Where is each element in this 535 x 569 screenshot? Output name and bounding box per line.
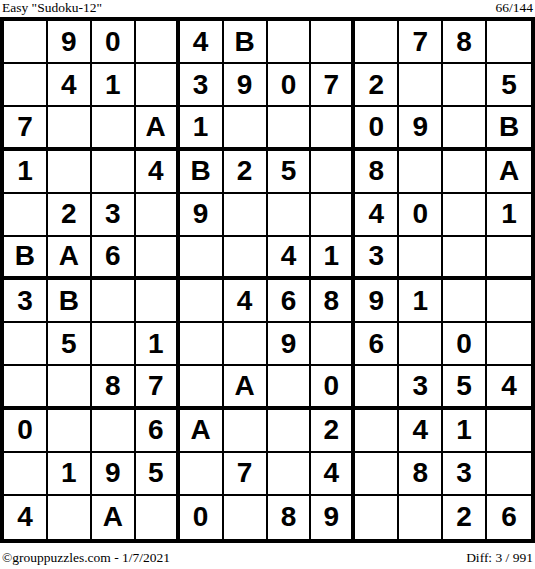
given-cell-r1c6: B [224, 21, 268, 64]
given-cell-r5c9: 4 [355, 194, 399, 237]
given-cell-r12c5: 0 [180, 496, 224, 539]
given-cell-r7c7: 6 [268, 280, 312, 323]
given-cell-r11c11: 3 [443, 453, 487, 496]
given-cell-r9c12: 4 [487, 366, 531, 409]
empty-cell-r12c6[interactable] [224, 496, 268, 539]
empty-cell-r4c11[interactable] [443, 151, 487, 194]
given-cell-r8c7: 9 [268, 323, 312, 366]
empty-cell-r9c2[interactable] [48, 366, 92, 409]
empty-cell-r8c8[interactable] [311, 323, 355, 366]
given-cell-r7c2: B [48, 280, 92, 323]
empty-cell-r11c1[interactable] [4, 453, 48, 496]
given-cell-r5c3: 3 [92, 194, 136, 237]
empty-cell-r6c10[interactable] [399, 237, 443, 280]
given-cell-r2c9: 2 [355, 64, 399, 107]
empty-cell-r10c2[interactable] [48, 410, 92, 453]
empty-cell-r11c12[interactable] [487, 453, 531, 496]
given-cell-r10c4: 6 [136, 410, 180, 453]
given-cell-r11c4: 5 [136, 453, 180, 496]
empty-cell-r1c7[interactable] [268, 21, 312, 64]
given-cell-r11c8: 4 [311, 453, 355, 496]
given-cell-r4c12: A [487, 151, 531, 194]
empty-cell-r7c12[interactable] [487, 280, 531, 323]
empty-cell-r5c7[interactable] [268, 194, 312, 237]
given-cell-r10c11: 1 [443, 410, 487, 453]
empty-cell-r3c3[interactable] [92, 107, 136, 150]
given-cell-r7c10: 1 [399, 280, 443, 323]
given-cell-r9c6: A [224, 366, 268, 409]
given-cell-r8c11: 0 [443, 323, 487, 366]
sudoku-board[interactable]: 904B78413907257A109B14B258A239401BA64133… [0, 17, 535, 543]
given-cell-r11c10: 8 [399, 453, 443, 496]
given-cell-r3c12: B [487, 107, 531, 150]
given-cell-r1c2: 9 [48, 21, 92, 64]
empty-cell-r12c2[interactable] [48, 496, 92, 539]
empty-cell-r5c1[interactable] [4, 194, 48, 237]
given-cell-r7c1: 3 [4, 280, 48, 323]
empty-cell-r6c12[interactable] [487, 237, 531, 280]
empty-cell-r3c6[interactable] [224, 107, 268, 150]
given-cell-r4c9: 8 [355, 151, 399, 194]
empty-cell-r6c5[interactable] [180, 237, 224, 280]
empty-cell-r11c5[interactable] [180, 453, 224, 496]
given-cell-r8c2: 5 [48, 323, 92, 366]
given-cell-r2c5: 3 [180, 64, 224, 107]
given-cell-r4c7: 5 [268, 151, 312, 194]
footer: ©grouppuzzles.com - 1/7/2021 Diff: 3 / 9… [0, 543, 535, 569]
empty-cell-r5c6[interactable] [224, 194, 268, 237]
empty-cell-r7c4[interactable] [136, 280, 180, 323]
given-cell-r3c1: 7 [4, 107, 48, 150]
given-cell-r4c6: 2 [224, 151, 268, 194]
given-cell-r2c2: 4 [48, 64, 92, 107]
empty-cell-r8c3[interactable] [92, 323, 136, 366]
empty-cell-r10c3[interactable] [92, 410, 136, 453]
given-cell-r11c3: 9 [92, 453, 136, 496]
given-cell-r6c3: 6 [92, 237, 136, 280]
empty-cell-r9c7[interactable] [268, 366, 312, 409]
empty-cell-r12c9[interactable] [355, 496, 399, 539]
empty-cell-r2c11[interactable] [443, 64, 487, 107]
empty-cell-r1c12[interactable] [487, 21, 531, 64]
given-cell-r12c1: 4 [4, 496, 48, 539]
empty-cell-r7c11[interactable] [443, 280, 487, 323]
empty-cell-r2c10[interactable] [399, 64, 443, 107]
empty-cell-r5c11[interactable] [443, 194, 487, 237]
given-cell-r3c9: 0 [355, 107, 399, 150]
given-cell-r3c10: 9 [399, 107, 443, 150]
given-cell-r2c8: 7 [311, 64, 355, 107]
empty-cell-r5c4[interactable] [136, 194, 180, 237]
given-cell-r5c10: 0 [399, 194, 443, 237]
given-cell-r12c12: 6 [487, 496, 531, 539]
given-cell-r12c11: 2 [443, 496, 487, 539]
given-cell-r12c7: 8 [268, 496, 312, 539]
given-cell-r10c5: A [180, 410, 224, 453]
empty-cell-r10c12[interactable] [487, 410, 531, 453]
empty-cell-r8c10[interactable] [399, 323, 443, 366]
empty-cell-r3c8[interactable] [311, 107, 355, 150]
empty-cell-r10c6[interactable] [224, 410, 268, 453]
given-cell-r2c12: 5 [487, 64, 531, 107]
empty-cell-r8c6[interactable] [224, 323, 268, 366]
empty-cell-r9c9[interactable] [355, 366, 399, 409]
empty-cell-r8c12[interactable] [487, 323, 531, 366]
empty-cell-r2c4[interactable] [136, 64, 180, 107]
given-cell-r8c4: 1 [136, 323, 180, 366]
header: Easy "Sudoku-12" 66/144 [0, 0, 535, 17]
given-cell-r5c12: 1 [487, 194, 531, 237]
given-cell-r4c4: 4 [136, 151, 180, 194]
given-cell-r3c5: 1 [180, 107, 224, 150]
given-cell-r8c9: 6 [355, 323, 399, 366]
empty-cell-r8c1[interactable] [4, 323, 48, 366]
given-cell-r1c5: 4 [180, 21, 224, 64]
empty-cell-r9c5[interactable] [180, 366, 224, 409]
given-cell-r11c6: 7 [224, 453, 268, 496]
given-cell-r4c1: 1 [4, 151, 48, 194]
given-cell-r1c3: 0 [92, 21, 136, 64]
empty-cell-r2c1[interactable] [4, 64, 48, 107]
empty-cell-r10c7[interactable] [268, 410, 312, 453]
empty-cell-r12c4[interactable] [136, 496, 180, 539]
empty-cell-r11c7[interactable] [268, 453, 312, 496]
empty-cell-r4c3[interactable] [92, 151, 136, 194]
given-cell-r10c8: 2 [311, 410, 355, 453]
given-cell-r3c4: A [136, 107, 180, 150]
empty-cell-r5c8[interactable] [311, 194, 355, 237]
given-cell-r2c3: 1 [92, 64, 136, 107]
empty-cell-r1c8[interactable] [311, 21, 355, 64]
given-cell-r6c7: 4 [268, 237, 312, 280]
given-cell-r9c11: 5 [443, 366, 487, 409]
empty-cell-r3c11[interactable] [443, 107, 487, 150]
empty-cell-r11c9[interactable] [355, 453, 399, 496]
empty-cell-r7c3[interactable] [92, 280, 136, 323]
empty-cell-r8c5[interactable] [180, 323, 224, 366]
empty-cell-r1c4[interactable] [136, 21, 180, 64]
given-cell-r12c3: A [92, 496, 136, 539]
empty-cell-r3c2[interactable] [48, 107, 92, 150]
given-cell-r6c9: 3 [355, 237, 399, 280]
empty-cell-r12c10[interactable] [399, 496, 443, 539]
given-cell-r4c5: B [180, 151, 224, 194]
given-cell-r12c8: 9 [311, 496, 355, 539]
empty-cell-r6c4[interactable] [136, 237, 180, 280]
given-cell-r10c1: 0 [4, 410, 48, 453]
puzzle-page: Easy "Sudoku-12" 66/144 904B78413907257A… [0, 0, 535, 569]
given-cell-r5c2: 2 [48, 194, 92, 237]
empty-cell-r3c7[interactable] [268, 107, 312, 150]
empty-cell-r6c11[interactable] [443, 237, 487, 280]
given-cell-r9c4: 7 [136, 366, 180, 409]
empty-cell-r1c1[interactable] [4, 21, 48, 64]
empty-cell-counter: 66/144 [495, 0, 533, 15]
empty-cell-r6c6[interactable] [224, 237, 268, 280]
given-cell-r6c1: B [4, 237, 48, 280]
empty-cell-r10c9[interactable] [355, 410, 399, 453]
empty-cell-r4c10[interactable] [399, 151, 443, 194]
copyright-text: ©grouppuzzles.com - 1/7/2021 [2, 550, 170, 565]
difficulty-text: Diff: 3 / 991 [466, 550, 533, 565]
given-cell-r9c10: 3 [399, 366, 443, 409]
given-cell-r5c5: 9 [180, 194, 224, 237]
given-cell-r1c10: 7 [399, 21, 443, 64]
given-cell-r9c3: 8 [92, 366, 136, 409]
given-cell-r2c7: 0 [268, 64, 312, 107]
given-cell-r6c2: A [48, 237, 92, 280]
empty-cell-r4c2[interactable] [48, 151, 92, 194]
given-cell-r6c8: 1 [311, 237, 355, 280]
empty-cell-r9c1[interactable] [4, 366, 48, 409]
given-cell-r11c2: 1 [48, 453, 92, 496]
given-cell-r2c6: 9 [224, 64, 268, 107]
given-cell-r1c11: 8 [443, 21, 487, 64]
empty-cell-r7c5[interactable] [180, 280, 224, 323]
given-cell-r7c9: 9 [355, 280, 399, 323]
given-cell-r7c8: 8 [311, 280, 355, 323]
empty-cell-r4c8[interactable] [311, 151, 355, 194]
given-cell-r10c10: 4 [399, 410, 443, 453]
given-cell-r7c6: 4 [224, 280, 268, 323]
empty-cell-r1c9[interactable] [355, 21, 399, 64]
puzzle-title: Easy "Sudoku-12" [2, 0, 102, 15]
given-cell-r9c8: 0 [311, 366, 355, 409]
